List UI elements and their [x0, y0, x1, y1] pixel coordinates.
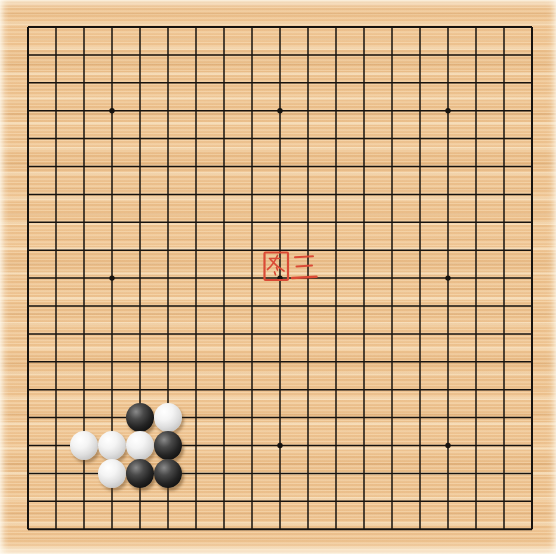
- white-stone: [70, 431, 98, 460]
- intersection-c4[interactable]: [70, 431, 98, 459]
- intersection-e4[interactable]: [126, 431, 154, 459]
- black-stone: [126, 459, 154, 488]
- intersection-e3[interactable]: [126, 459, 154, 487]
- white-stone: [98, 459, 126, 488]
- intersection-d3[interactable]: [98, 459, 126, 487]
- intersection-f3[interactable]: [154, 459, 182, 487]
- black-stone: [154, 431, 182, 460]
- go-board[interactable]: [0, 0, 556, 554]
- intersection-e5[interactable]: [126, 404, 154, 432]
- white-stone: [98, 431, 126, 460]
- stones-layer: [14, 13, 546, 543]
- intersection-d4[interactable]: [98, 431, 126, 459]
- intersection-f5[interactable]: [154, 404, 182, 432]
- black-stone: [154, 459, 182, 488]
- intersection-f4[interactable]: [154, 431, 182, 459]
- white-stone: [154, 403, 182, 432]
- black-stone: [126, 403, 154, 432]
- white-stone: [126, 431, 154, 460]
